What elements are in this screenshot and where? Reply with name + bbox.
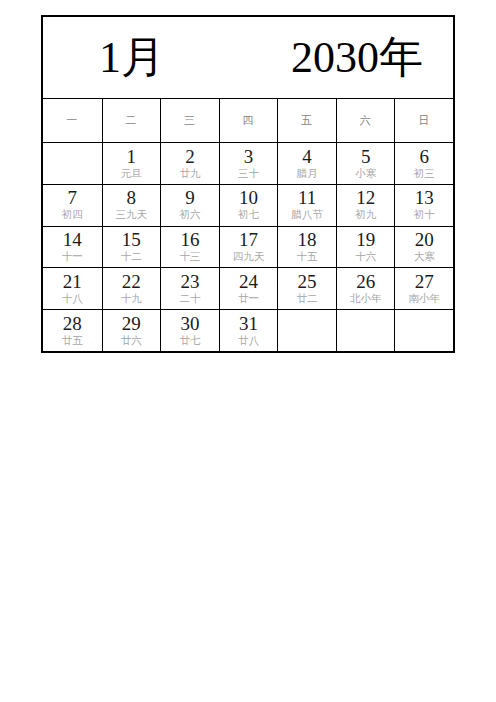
lunar-label: 初七: [238, 209, 259, 222]
lunar-label: 初十: [414, 209, 435, 222]
lunar-label: 腊八节: [291, 209, 323, 222]
lunar-label: 初六: [179, 209, 200, 222]
day-number: 28: [63, 314, 82, 334]
day-number: 16: [180, 230, 199, 250]
day-number: 15: [122, 230, 141, 250]
day-cell-25: 25廿二: [277, 267, 336, 309]
day-number: 29: [122, 314, 141, 334]
lunar-label: 廿五: [62, 335, 83, 348]
day-number: 11: [298, 188, 316, 208]
calendar-table: 1月 2030年 一 二 三 四 五 六 日 1元旦 2廿九 3三十 4腊月 5…: [41, 15, 455, 353]
day-number: 6: [419, 147, 429, 167]
lunar-label: 大寒: [414, 251, 435, 264]
year-label: 2030年: [291, 36, 423, 80]
day-number: 23: [180, 272, 199, 292]
day-number: 7: [68, 188, 78, 208]
day-cell-8: 8三九天: [102, 184, 161, 226]
day-number: 10: [239, 188, 258, 208]
day-cell-14: 14十一: [43, 226, 102, 268]
calendar-page: 1月 2030年 一 二 三 四 五 六 日 1元旦 2廿九 3三十 4腊月 5…: [0, 0, 496, 702]
weekday-header-tue: 二: [102, 99, 161, 142]
weekday-label: 二: [125, 113, 137, 128]
day-number: 20: [415, 230, 434, 250]
day-cell-10: 10初七: [219, 184, 278, 226]
day-cell-15: 15十二: [102, 226, 161, 268]
day-number: 9: [185, 188, 195, 208]
lunar-label: 廿六: [121, 335, 142, 348]
month-label: 1月: [99, 36, 165, 80]
weekday-label: 六: [360, 113, 372, 128]
day-cell-6: 6初三: [394, 142, 453, 184]
day-cell-22: 22十九: [102, 267, 161, 309]
weekday-header-wed: 三: [160, 99, 219, 142]
weekday-header-thu: 四: [219, 99, 278, 142]
day-number: 3: [244, 147, 254, 167]
lunar-label: 十九: [121, 293, 142, 306]
day-cell-30: 30廿七: [160, 309, 219, 351]
day-cell-12: 12初九: [336, 184, 395, 226]
calendar-title-row: 1月 2030年: [43, 17, 453, 99]
day-number: 12: [356, 188, 375, 208]
day-number: 24: [239, 272, 258, 292]
lunar-label: 腊月: [297, 168, 318, 181]
lunar-label: 廿七: [179, 335, 200, 348]
weekday-label: 日: [418, 113, 430, 128]
day-cell-7: 7初四: [43, 184, 102, 226]
lunar-label: 三十: [238, 168, 259, 181]
lunar-label: 廿九: [179, 168, 200, 181]
day-cell-20: 20大寒: [394, 226, 453, 268]
day-cell-27: 27南小年: [394, 267, 453, 309]
day-cell-empty: [336, 309, 395, 351]
day-cell-23: 23二十: [160, 267, 219, 309]
lunar-label: 十八: [62, 293, 83, 306]
day-cell-28: 28廿五: [43, 309, 102, 351]
lunar-label: 三九天: [116, 209, 148, 222]
lunar-label: 十二: [121, 251, 142, 264]
lunar-label: 南小年: [408, 293, 440, 306]
day-number: 1: [127, 147, 137, 167]
day-cell-31: 31廿八: [219, 309, 278, 351]
day-cell-26: 26北小年: [336, 267, 395, 309]
lunar-label: 十三: [179, 251, 200, 264]
day-number: 18: [298, 230, 317, 250]
weekday-label: 一: [66, 113, 78, 128]
day-cell-21: 21十八: [43, 267, 102, 309]
day-cell-11: 11腊八节: [277, 184, 336, 226]
weekday-label: 四: [242, 113, 254, 128]
day-number: 2: [185, 147, 195, 167]
lunar-label: 十五: [297, 251, 318, 264]
day-number: 27: [415, 272, 434, 292]
day-cell-4: 4腊月: [277, 142, 336, 184]
lunar-label: 北小年: [350, 293, 382, 306]
day-number: 14: [63, 230, 82, 250]
day-cell-1: 1元旦: [102, 142, 161, 184]
day-number: 22: [122, 272, 141, 292]
weekday-header-mon: 一: [43, 99, 102, 142]
weekday-header-sat: 六: [336, 99, 395, 142]
day-number: 17: [239, 230, 258, 250]
weekday-header-fri: 五: [277, 99, 336, 142]
day-cell-29: 29廿六: [102, 309, 161, 351]
lunar-label: 二十: [179, 293, 200, 306]
day-cell-empty: [43, 142, 102, 184]
day-cell-empty: [277, 309, 336, 351]
day-cell-5: 5小寒: [336, 142, 395, 184]
lunar-label: 廿二: [297, 293, 318, 306]
day-number: 26: [356, 272, 375, 292]
day-number: 19: [356, 230, 375, 250]
day-number: 13: [415, 188, 434, 208]
lunar-label: 初四: [62, 209, 83, 222]
lunar-label: 小寒: [355, 168, 376, 181]
day-number: 21: [63, 272, 82, 292]
calendar-grid: 一 二 三 四 五 六 日 1元旦 2廿九 3三十 4腊月 5小寒 6初三 7初…: [43, 99, 453, 351]
weekday-label: 五: [301, 113, 313, 128]
day-cell-16: 16十三: [160, 226, 219, 268]
day-number: 4: [302, 147, 312, 167]
lunar-label: 初三: [414, 168, 435, 181]
day-number: 8: [127, 188, 137, 208]
day-cell-24: 24廿一: [219, 267, 278, 309]
lunar-label: 十一: [62, 251, 83, 264]
lunar-label: 元旦: [121, 168, 142, 181]
lunar-label: 廿一: [238, 293, 259, 306]
day-cell-empty: [394, 309, 453, 351]
lunar-label: 四九天: [233, 251, 265, 264]
day-number: 31: [239, 314, 258, 334]
day-number: 30: [180, 314, 199, 334]
day-cell-9: 9初六: [160, 184, 219, 226]
lunar-label: 十六: [355, 251, 376, 264]
weekday-label: 三: [184, 113, 196, 128]
day-cell-17: 17四九天: [219, 226, 278, 268]
lunar-label: 廿八: [238, 335, 259, 348]
day-cell-2: 2廿九: [160, 142, 219, 184]
day-cell-18: 18十五: [277, 226, 336, 268]
day-number: 25: [298, 272, 317, 292]
weekday-header-sun: 日: [394, 99, 453, 142]
day-cell-13: 13初十: [394, 184, 453, 226]
day-cell-3: 3三十: [219, 142, 278, 184]
lunar-label: 初九: [355, 209, 376, 222]
day-cell-19: 19十六: [336, 226, 395, 268]
day-number: 5: [361, 147, 371, 167]
